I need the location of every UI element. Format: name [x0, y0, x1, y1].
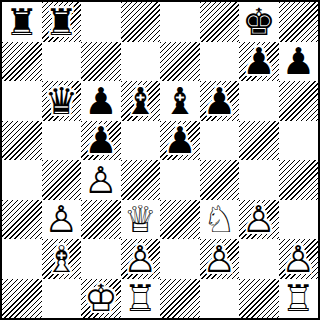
black-piece-glyph: ♝ — [163, 82, 196, 119]
square-f4[interactable] — [200, 160, 240, 200]
square-e6[interactable]: ♝ — [160, 81, 200, 121]
white-piece-fill-glyph: ♝ — [45, 240, 78, 277]
square-h5[interactable] — [279, 121, 319, 161]
white-bishop-b2[interactable]: ♝♗ — [42, 239, 82, 279]
square-d1[interactable]: ♜♖ — [121, 279, 161, 319]
square-g1[interactable] — [239, 279, 279, 319]
black-piece-glyph: ♟ — [84, 122, 117, 159]
square-f5[interactable] — [200, 121, 240, 161]
black-rook-b8[interactable]: ♜ — [42, 2, 82, 42]
square-d2[interactable]: ♟♙ — [121, 239, 161, 279]
black-piece-glyph: ♟ — [84, 82, 117, 119]
white-piece-outline-glyph: ♙ — [124, 240, 157, 277]
square-a5[interactable] — [2, 121, 42, 161]
black-piece-glyph: ♚ — [242, 3, 275, 40]
black-pawn-g7[interactable]: ♟ — [239, 42, 279, 82]
square-f2[interactable]: ♟♙ — [200, 239, 240, 279]
square-d6[interactable]: ♝ — [121, 81, 161, 121]
white-king-c1[interactable]: ♚♔ — [81, 279, 121, 319]
black-piece-glyph: ♛ — [45, 82, 78, 119]
white-piece-outline-glyph: ♙ — [84, 161, 117, 198]
square-c2[interactable] — [81, 239, 121, 279]
black-piece-glyph: ♜ — [5, 3, 38, 40]
white-pawn-c4[interactable]: ♟♙ — [81, 160, 121, 200]
square-b4[interactable] — [42, 160, 82, 200]
square-d3[interactable]: ♛♕ — [121, 200, 161, 240]
square-b7[interactable] — [42, 42, 82, 82]
white-piece-outline-glyph: ♕ — [124, 201, 157, 238]
square-f8[interactable] — [200, 2, 240, 42]
square-f7[interactable] — [200, 42, 240, 82]
white-piece-outline-glyph: ♙ — [45, 201, 78, 238]
square-e5[interactable]: ♟ — [160, 121, 200, 161]
square-e8[interactable] — [160, 2, 200, 42]
square-c8[interactable] — [81, 2, 121, 42]
square-c4[interactable]: ♟♙ — [81, 160, 121, 200]
square-a8[interactable]: ♜ — [2, 2, 42, 42]
square-a7[interactable] — [2, 42, 42, 82]
chess-board: ♜♜♚♟♟♛♟♝♝♟♟♟♟♙♟♙♛♕♞♘♟♙♝♗♟♙♟♙♟♙♚♔♜♖♜♖ — [0, 0, 320, 320]
square-f1[interactable] — [200, 279, 240, 319]
white-piece-fill-glyph: ♟ — [282, 240, 315, 277]
white-piece-outline-glyph: ♖ — [124, 280, 157, 317]
white-rook-h1[interactable]: ♜♖ — [279, 279, 319, 319]
white-pawn-h2[interactable]: ♟♙ — [279, 239, 319, 279]
white-piece-outline-glyph: ♙ — [242, 201, 275, 238]
square-h8[interactable] — [279, 2, 319, 42]
white-pawn-g3[interactable]: ♟♙ — [239, 200, 279, 240]
white-pawn-f2[interactable]: ♟♙ — [200, 239, 240, 279]
square-e3[interactable] — [160, 200, 200, 240]
square-b1[interactable] — [42, 279, 82, 319]
white-piece-outline-glyph: ♙ — [282, 240, 315, 277]
square-b3[interactable]: ♟♙ — [42, 200, 82, 240]
square-a2[interactable] — [2, 239, 42, 279]
square-g3[interactable]: ♟♙ — [239, 200, 279, 240]
square-c5[interactable]: ♟ — [81, 121, 121, 161]
square-a4[interactable] — [2, 160, 42, 200]
square-h7[interactable]: ♟ — [279, 42, 319, 82]
black-piece-glyph: ♟ — [203, 82, 236, 119]
square-g2[interactable] — [239, 239, 279, 279]
square-g7[interactable]: ♟ — [239, 42, 279, 82]
square-g5[interactable] — [239, 121, 279, 161]
black-pawn-h7[interactable]: ♟ — [279, 42, 319, 82]
square-b6[interactable]: ♛ — [42, 81, 82, 121]
square-h2[interactable]: ♟♙ — [279, 239, 319, 279]
black-pawn-e5[interactable]: ♟ — [160, 121, 200, 161]
white-piece-outline-glyph: ♘ — [203, 201, 236, 238]
square-c6[interactable]: ♟ — [81, 81, 121, 121]
square-h4[interactable] — [279, 160, 319, 200]
square-g8[interactable]: ♚ — [239, 2, 279, 42]
square-h3[interactable] — [279, 200, 319, 240]
black-piece-glyph: ♟ — [242, 43, 275, 80]
black-rook-a8[interactable]: ♜ — [2, 2, 42, 42]
white-piece-fill-glyph: ♚ — [84, 280, 117, 317]
black-piece-glyph: ♟ — [163, 122, 196, 159]
square-e2[interactable] — [160, 239, 200, 279]
square-d7[interactable] — [121, 42, 161, 82]
black-pawn-c5[interactable]: ♟ — [81, 121, 121, 161]
white-pawn-b3[interactable]: ♟♙ — [42, 200, 82, 240]
black-bishop-d6[interactable]: ♝ — [121, 81, 161, 121]
square-b5[interactable] — [42, 121, 82, 161]
white-piece-outline-glyph: ♗ — [45, 240, 78, 277]
white-queen-d3[interactable]: ♛♕ — [121, 200, 161, 240]
square-f3[interactable]: ♞♘ — [200, 200, 240, 240]
white-piece-fill-glyph: ♟ — [45, 201, 78, 238]
square-d4[interactable] — [121, 160, 161, 200]
square-a3[interactable] — [2, 200, 42, 240]
black-queen-b6[interactable]: ♛ — [42, 81, 82, 121]
square-b2[interactable]: ♝♗ — [42, 239, 82, 279]
square-h1[interactable]: ♜♖ — [279, 279, 319, 319]
square-e7[interactable] — [160, 42, 200, 82]
black-pawn-f6[interactable]: ♟ — [200, 81, 240, 121]
black-king-g8[interactable]: ♚ — [239, 2, 279, 42]
white-pawn-d2[interactable]: ♟♙ — [121, 239, 161, 279]
white-piece-outline-glyph: ♖ — [282, 280, 315, 317]
square-d5[interactable] — [121, 121, 161, 161]
white-piece-fill-glyph: ♜ — [282, 280, 315, 317]
black-piece-glyph: ♜ — [45, 3, 78, 40]
white-piece-outline-glyph: ♔ — [84, 280, 117, 317]
white-piece-fill-glyph: ♜ — [124, 280, 157, 317]
square-c7[interactable] — [81, 42, 121, 82]
black-bishop-e6[interactable]: ♝ — [160, 81, 200, 121]
white-piece-fill-glyph: ♛ — [124, 201, 157, 238]
square-c3[interactable] — [81, 200, 121, 240]
square-e1[interactable] — [160, 279, 200, 319]
white-piece-fill-glyph: ♟ — [124, 240, 157, 277]
black-piece-glyph: ♟ — [282, 43, 315, 80]
black-pawn-c6[interactable]: ♟ — [81, 81, 121, 121]
white-piece-fill-glyph: ♟ — [84, 161, 117, 198]
square-b8[interactable]: ♜ — [42, 2, 82, 42]
square-g4[interactable] — [239, 160, 279, 200]
black-piece-glyph: ♝ — [124, 82, 157, 119]
square-d8[interactable] — [121, 2, 161, 42]
white-piece-fill-glyph: ♟ — [242, 201, 275, 238]
white-knight-f3[interactable]: ♞♘ — [200, 200, 240, 240]
square-c1[interactable]: ♚♔ — [81, 279, 121, 319]
square-a6[interactable] — [2, 81, 42, 121]
square-g6[interactable] — [239, 81, 279, 121]
square-f6[interactable]: ♟ — [200, 81, 240, 121]
white-piece-fill-glyph: ♞ — [203, 201, 236, 238]
square-h6[interactable] — [279, 81, 319, 121]
white-piece-fill-glyph: ♟ — [203, 240, 236, 277]
white-rook-d1[interactable]: ♜♖ — [121, 279, 161, 319]
square-a1[interactable] — [2, 279, 42, 319]
white-piece-outline-glyph: ♙ — [203, 240, 236, 277]
square-e4[interactable] — [160, 160, 200, 200]
